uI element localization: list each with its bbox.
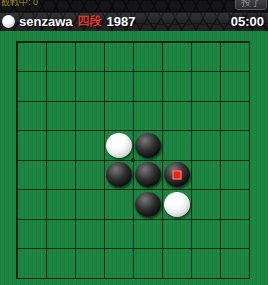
othello-game-window: 観戦中: 0 投了 senzawa 四段 1987 05:00 [0, 0, 268, 285]
cell-d5[interactable] [104, 160, 133, 190]
cell-e8[interactable] [133, 249, 162, 279]
cell-e6[interactable] [133, 190, 162, 220]
cell-b8[interactable] [46, 249, 75, 279]
othello-board [16, 41, 250, 279]
cell-g4[interactable] [191, 131, 220, 161]
cell-h2[interactable] [220, 72, 249, 102]
cell-c4[interactable] [75, 131, 104, 161]
white-disc [106, 133, 132, 158]
cell-a5[interactable] [17, 160, 46, 190]
cell-g2[interactable] [191, 72, 220, 102]
cell-a1[interactable] [17, 42, 46, 72]
last-move-marker [172, 170, 181, 179]
cell-e4[interactable] [133, 131, 162, 161]
cell-c8[interactable] [75, 249, 104, 279]
player-rank: 四段 [77, 13, 101, 30]
cell-e1[interactable] [133, 42, 162, 72]
player-clock: 05:00 [229, 14, 266, 29]
spectator-count: 観戦中: 0 [1, 0, 38, 7]
cell-e3[interactable] [133, 101, 162, 131]
cell-h3[interactable] [220, 101, 249, 131]
cell-b7[interactable] [46, 219, 75, 249]
white-disc [164, 192, 190, 217]
cell-c6[interactable] [75, 190, 104, 220]
cell-b1[interactable] [46, 42, 75, 72]
cell-a2[interactable] [17, 72, 46, 102]
cell-g5[interactable] [191, 160, 220, 190]
cell-b5[interactable] [46, 160, 75, 190]
cell-c2[interactable] [75, 72, 104, 102]
cell-h5[interactable] [220, 160, 249, 190]
black-disc [106, 162, 132, 187]
white-disc-icon [2, 15, 15, 28]
cell-g3[interactable] [191, 101, 220, 131]
cell-f2[interactable] [162, 72, 191, 102]
cell-d4[interactable] [104, 131, 133, 161]
black-disc [135, 162, 161, 187]
cell-b3[interactable] [46, 101, 75, 131]
cell-g1[interactable] [191, 42, 220, 72]
cell-h1[interactable] [220, 42, 249, 72]
cell-a8[interactable] [17, 249, 46, 279]
black-disc [164, 162, 190, 187]
cell-e5[interactable] [133, 160, 162, 190]
cell-d3[interactable] [104, 101, 133, 131]
cell-f3[interactable] [162, 101, 191, 131]
cell-b2[interactable] [46, 72, 75, 102]
cell-a7[interactable] [17, 219, 46, 249]
cell-a6[interactable] [17, 190, 46, 220]
cell-g7[interactable] [191, 219, 220, 249]
cell-d6[interactable] [104, 190, 133, 220]
cell-d8[interactable] [104, 249, 133, 279]
cell-b6[interactable] [46, 190, 75, 220]
cell-g8[interactable] [191, 249, 220, 279]
cell-d2[interactable] [104, 72, 133, 102]
cell-e2[interactable] [133, 72, 162, 102]
cell-f4[interactable] [162, 131, 191, 161]
cell-b4[interactable] [46, 131, 75, 161]
player-rating: 1987 [106, 14, 135, 29]
cell-a4[interactable] [17, 131, 46, 161]
resign-button[interactable]: 投了 [235, 0, 267, 10]
cell-a3[interactable] [17, 101, 46, 131]
player-bar: senzawa 四段 1987 05:00 [0, 12, 268, 31]
black-disc [135, 133, 161, 158]
cell-c3[interactable] [75, 101, 104, 131]
cell-f6[interactable] [162, 190, 191, 220]
cell-c7[interactable] [75, 219, 104, 249]
cell-h4[interactable] [220, 131, 249, 161]
cell-f8[interactable] [162, 249, 191, 279]
black-disc [135, 192, 161, 217]
cell-c1[interactable] [75, 42, 104, 72]
player-name: senzawa [19, 14, 72, 29]
cell-g6[interactable] [191, 190, 220, 220]
cell-e7[interactable] [133, 219, 162, 249]
cell-c5[interactable] [75, 160, 104, 190]
cell-h8[interactable] [220, 249, 249, 279]
cell-h7[interactable] [220, 219, 249, 249]
cell-f1[interactable] [162, 42, 191, 72]
cell-h6[interactable] [220, 190, 249, 220]
cell-f7[interactable] [162, 219, 191, 249]
header: 観戦中: 0 投了 senzawa 四段 1987 05:00 [0, 0, 268, 31]
cell-d1[interactable] [104, 42, 133, 72]
cell-f5[interactable] [162, 160, 191, 190]
cell-d7[interactable] [104, 219, 133, 249]
